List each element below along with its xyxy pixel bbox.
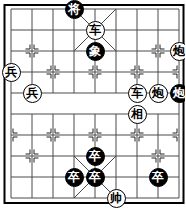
piece-glyph: 将 bbox=[65, 0, 84, 19]
piece-black-soldier[interactable]: 卒 bbox=[85, 167, 106, 188]
piece-glyph: 象 bbox=[86, 42, 105, 61]
piece-red-chariot[interactable]: 车 bbox=[127, 83, 148, 104]
piece-glyph: 兵 bbox=[23, 84, 42, 103]
piece-glyph: 卒 bbox=[86, 147, 105, 166]
piece-red-general[interactable]: 帅 bbox=[106, 188, 127, 209]
piece-black-general[interactable]: 将 bbox=[64, 0, 85, 20]
piece-black-cannon[interactable]: 炮 bbox=[169, 83, 186, 104]
piece-glyph: 车 bbox=[128, 84, 147, 103]
piece-black-soldier[interactable]: 卒 bbox=[148, 167, 169, 188]
piece-glyph: 车 bbox=[86, 21, 105, 40]
piece-glyph: 炮 bbox=[170, 84, 186, 103]
piece-glyph: 相 bbox=[128, 105, 147, 124]
xiangqi-board[interactable]: 将车象炮兵兵车炮炮相卒卒卒卒帅 bbox=[0, 0, 185, 210]
piece-black-soldier[interactable]: 卒 bbox=[85, 146, 106, 167]
piece-red-chariot[interactable]: 车 bbox=[85, 20, 106, 41]
piece-red-cannon[interactable]: 炮 bbox=[169, 41, 186, 62]
piece-glyph: 炮 bbox=[149, 84, 168, 103]
piece-glyph: 炮 bbox=[170, 42, 186, 61]
piece-red-soldier[interactable]: 兵 bbox=[22, 83, 43, 104]
piece-red-cannon[interactable]: 炮 bbox=[148, 83, 169, 104]
piece-glyph: 兵 bbox=[2, 63, 21, 82]
piece-glyph: 卒 bbox=[86, 168, 105, 187]
piece-glyph: 帅 bbox=[107, 189, 126, 208]
piece-glyph: 卒 bbox=[149, 168, 168, 187]
piece-glyph: 卒 bbox=[65, 168, 84, 187]
piece-black-soldier[interactable]: 卒 bbox=[64, 167, 85, 188]
piece-red-elephant[interactable]: 相 bbox=[127, 104, 148, 125]
piece-black-elephant[interactable]: 象 bbox=[85, 41, 106, 62]
pieces-layer: 将车象炮兵兵车炮炮相卒卒卒卒帅 bbox=[1, 0, 186, 209]
piece-red-soldier[interactable]: 兵 bbox=[1, 62, 22, 83]
